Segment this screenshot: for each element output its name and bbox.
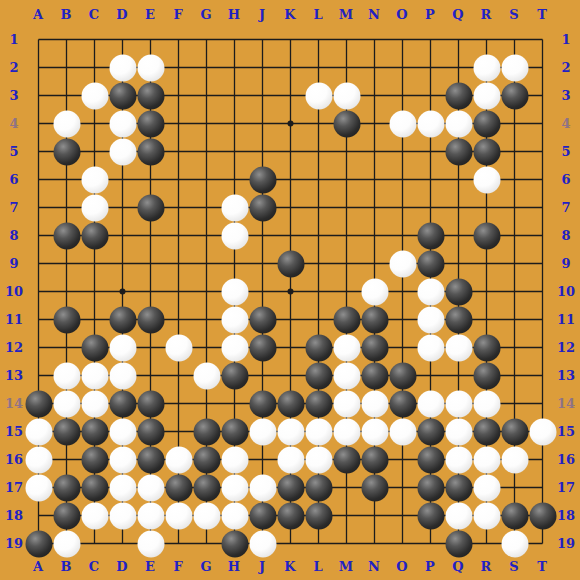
white-stone-C3 (81, 82, 108, 109)
go-app-window: AABBCCDDEEFFGGHHJJKKLLMMNNOOPPQQRRSSTT11… (0, 0, 580, 580)
white-stone-C14 (81, 390, 108, 417)
black-stone-D3 (109, 82, 136, 109)
row-label-left-19: 19 (5, 536, 23, 551)
black-stone-P8 (417, 222, 444, 249)
white-stone-M13 (333, 362, 360, 389)
row-label-left-5: 5 (9, 144, 18, 159)
row-label-left-3: 3 (9, 88, 18, 103)
white-stone-A15 (25, 418, 52, 445)
col-label-bottom-T: T (537, 559, 547, 574)
col-label-top-M: M (339, 7, 353, 22)
black-stone-L18 (305, 502, 332, 529)
row-label-left-7: 7 (9, 200, 18, 215)
white-stone-R3 (473, 82, 500, 109)
white-stone-R6 (473, 166, 500, 193)
col-label-top-C: C (89, 7, 99, 22)
white-stone-N10 (361, 278, 388, 305)
white-stone-E17 (137, 474, 164, 501)
col-label-top-Q: Q (452, 7, 463, 22)
col-label-bottom-P: P (425, 559, 435, 574)
white-stone-D18 (109, 502, 136, 529)
white-stone-D12 (109, 334, 136, 361)
white-stone-D2 (109, 54, 136, 81)
white-stone-N15 (361, 418, 388, 445)
black-stone-K9 (277, 250, 304, 277)
white-stone-H17 (221, 474, 248, 501)
col-label-top-K: K (284, 7, 295, 22)
black-stone-G17 (193, 474, 220, 501)
white-stone-E18 (137, 502, 164, 529)
black-stone-T18 (529, 502, 556, 529)
black-stone-R8 (473, 222, 500, 249)
col-label-bottom-D: D (116, 559, 127, 574)
col-label-bottom-E: E (145, 559, 155, 574)
black-stone-S3 (501, 82, 528, 109)
row-label-right-14: 14 (557, 396, 575, 411)
star-point-K10 (288, 289, 294, 295)
white-stone-S19 (501, 530, 528, 557)
black-stone-C15 (81, 418, 108, 445)
white-stone-H7 (221, 194, 248, 221)
row-label-right-11: 11 (557, 312, 575, 327)
black-stone-H19 (221, 530, 248, 557)
row-label-right-15: 15 (557, 424, 575, 439)
col-label-bottom-O: O (396, 559, 407, 574)
black-stone-E7 (137, 194, 164, 221)
white-stone-K16 (277, 446, 304, 473)
col-label-top-N: N (368, 7, 380, 22)
black-stone-J11 (249, 306, 276, 333)
white-stone-H11 (221, 306, 248, 333)
black-stone-M4 (333, 110, 360, 137)
white-stone-D17 (109, 474, 136, 501)
black-stone-Q17 (445, 474, 472, 501)
white-stone-H8 (221, 222, 248, 249)
black-stone-C12 (81, 334, 108, 361)
white-stone-B13 (53, 362, 80, 389)
row-label-left-16: 16 (5, 452, 23, 467)
row-label-left-8: 8 (9, 228, 18, 243)
row-label-left-15: 15 (5, 424, 23, 439)
white-stone-M3 (333, 82, 360, 109)
col-label-bottom-K: K (284, 559, 295, 574)
goban[interactable]: AABBCCDDEEFFGGHHJJKKLLMMNNOOPPQQRRSSTT11… (0, 0, 580, 580)
black-stone-R13 (473, 362, 500, 389)
col-label-top-A: A (33, 7, 43, 22)
white-stone-O15 (389, 418, 416, 445)
black-stone-F17 (165, 474, 192, 501)
black-stone-L12 (305, 334, 332, 361)
col-label-bottom-N: N (368, 559, 380, 574)
black-stone-C16 (81, 446, 108, 473)
black-stone-Q11 (445, 306, 472, 333)
black-stone-A14 (25, 390, 52, 417)
black-stone-A19 (25, 530, 52, 557)
black-stone-Q3 (445, 82, 472, 109)
black-stone-Q10 (445, 278, 472, 305)
black-stone-E4 (137, 110, 164, 137)
black-stone-D14 (109, 390, 136, 417)
black-stone-P15 (417, 418, 444, 445)
col-label-bottom-L: L (313, 559, 322, 574)
col-label-bottom-G: G (200, 559, 211, 574)
row-label-left-18: 18 (5, 508, 23, 523)
col-label-top-L: L (313, 7, 322, 22)
black-stone-B18 (53, 502, 80, 529)
white-stone-L3 (305, 82, 332, 109)
white-stone-C7 (81, 194, 108, 221)
col-label-bottom-A: A (33, 559, 43, 574)
black-stone-M16 (333, 446, 360, 473)
white-stone-Q18 (445, 502, 472, 529)
white-stone-D13 (109, 362, 136, 389)
col-label-top-J: J (259, 7, 265, 22)
white-stone-D16 (109, 446, 136, 473)
white-stone-Q15 (445, 418, 472, 445)
col-label-top-O: O (396, 7, 407, 22)
black-stone-C8 (81, 222, 108, 249)
black-stone-P16 (417, 446, 444, 473)
white-stone-R18 (473, 502, 500, 529)
col-label-top-P: P (425, 7, 435, 22)
black-stone-S15 (501, 418, 528, 445)
row-label-right-8: 8 (561, 228, 570, 243)
black-stone-H13 (221, 362, 248, 389)
black-stone-J7 (249, 194, 276, 221)
col-label-top-T: T (537, 7, 547, 22)
white-stone-R14 (473, 390, 500, 417)
row-label-right-2: 2 (561, 60, 570, 75)
black-stone-J14 (249, 390, 276, 417)
black-stone-S18 (501, 502, 528, 529)
col-label-bottom-F: F (173, 559, 182, 574)
white-stone-D4 (109, 110, 136, 137)
row-label-right-9: 9 (561, 256, 570, 271)
white-stone-E2 (137, 54, 164, 81)
black-stone-H15 (221, 418, 248, 445)
white-stone-R17 (473, 474, 500, 501)
col-label-top-G: G (200, 7, 211, 22)
white-stone-P11 (417, 306, 444, 333)
white-stone-S16 (501, 446, 528, 473)
white-stone-O4 (389, 110, 416, 137)
row-label-right-5: 5 (561, 144, 570, 159)
white-stone-H12 (221, 334, 248, 361)
row-label-right-13: 13 (557, 368, 575, 383)
black-stone-B15 (53, 418, 80, 445)
black-stone-N16 (361, 446, 388, 473)
black-stone-B11 (53, 306, 80, 333)
white-stone-C6 (81, 166, 108, 193)
black-stone-E14 (137, 390, 164, 417)
black-stone-Q5 (445, 138, 472, 165)
col-label-top-H: H (228, 7, 240, 22)
white-stone-C18 (81, 502, 108, 529)
black-stone-D11 (109, 306, 136, 333)
row-label-right-18: 18 (557, 508, 575, 523)
black-stone-P9 (417, 250, 444, 277)
white-stone-H16 (221, 446, 248, 473)
white-stone-F16 (165, 446, 192, 473)
row-label-right-16: 16 (557, 452, 575, 467)
row-label-right-17: 17 (557, 480, 575, 495)
black-stone-O14 (389, 390, 416, 417)
black-stone-N13 (361, 362, 388, 389)
white-stone-P4 (417, 110, 444, 137)
black-stone-L13 (305, 362, 332, 389)
white-stone-G13 (193, 362, 220, 389)
row-label-right-10: 10 (557, 284, 575, 299)
white-stone-M14 (333, 390, 360, 417)
row-label-left-4: 4 (9, 116, 18, 131)
white-stone-K15 (277, 418, 304, 445)
black-stone-K18 (277, 502, 304, 529)
white-stone-H18 (221, 502, 248, 529)
white-stone-F18 (165, 502, 192, 529)
white-stone-N14 (361, 390, 388, 417)
row-label-left-14: 14 (5, 396, 23, 411)
white-stone-O9 (389, 250, 416, 277)
black-stone-B5 (53, 138, 80, 165)
black-stone-N11 (361, 306, 388, 333)
white-stone-Q12 (445, 334, 472, 361)
black-stone-J6 (249, 166, 276, 193)
col-label-top-F: F (173, 7, 182, 22)
white-stone-E19 (137, 530, 164, 557)
white-stone-M15 (333, 418, 360, 445)
black-stone-E3 (137, 82, 164, 109)
row-label-right-3: 3 (561, 88, 570, 103)
row-label-left-17: 17 (5, 480, 23, 495)
white-stone-B14 (53, 390, 80, 417)
white-stone-J17 (249, 474, 276, 501)
black-stone-G16 (193, 446, 220, 473)
white-stone-L15 (305, 418, 332, 445)
black-stone-P18 (417, 502, 444, 529)
row-label-right-12: 12 (557, 340, 575, 355)
black-stone-L17 (305, 474, 332, 501)
col-label-top-R: R (481, 7, 492, 22)
col-label-top-B: B (61, 7, 72, 22)
black-stone-N12 (361, 334, 388, 361)
col-label-top-S: S (509, 7, 518, 22)
black-stone-P17 (417, 474, 444, 501)
white-stone-P10 (417, 278, 444, 305)
col-label-bottom-H: H (228, 559, 240, 574)
black-stone-Q19 (445, 530, 472, 557)
white-stone-A16 (25, 446, 52, 473)
black-stone-R12 (473, 334, 500, 361)
white-stone-L16 (305, 446, 332, 473)
black-stone-O13 (389, 362, 416, 389)
black-stone-R15 (473, 418, 500, 445)
white-stone-S2 (501, 54, 528, 81)
white-stone-T15 (529, 418, 556, 445)
col-label-top-D: D (116, 7, 127, 22)
white-stone-J15 (249, 418, 276, 445)
black-stone-E5 (137, 138, 164, 165)
col-label-bottom-S: S (509, 559, 518, 574)
black-stone-K14 (277, 390, 304, 417)
col-label-bottom-C: C (89, 559, 99, 574)
black-stone-K17 (277, 474, 304, 501)
col-label-bottom-B: B (61, 559, 72, 574)
col-label-bottom-Q: Q (452, 559, 463, 574)
white-stone-Q14 (445, 390, 472, 417)
black-stone-G15 (193, 418, 220, 445)
row-label-left-6: 6 (9, 172, 18, 187)
row-label-right-1: 1 (561, 32, 570, 47)
black-stone-E15 (137, 418, 164, 445)
black-stone-E16 (137, 446, 164, 473)
white-stone-D15 (109, 418, 136, 445)
white-stone-R2 (473, 54, 500, 81)
row-label-left-10: 10 (5, 284, 23, 299)
white-stone-M12 (333, 334, 360, 361)
row-label-right-19: 19 (557, 536, 575, 551)
black-stone-E11 (137, 306, 164, 333)
row-label-right-4: 4 (561, 116, 570, 131)
white-stone-F12 (165, 334, 192, 361)
white-stone-J19 (249, 530, 276, 557)
white-stone-H10 (221, 278, 248, 305)
black-stone-C17 (81, 474, 108, 501)
black-stone-L14 (305, 390, 332, 417)
black-stone-B17 (53, 474, 80, 501)
row-label-left-11: 11 (5, 312, 23, 327)
col-label-bottom-J: J (259, 559, 265, 574)
star-point-D10 (120, 289, 126, 295)
white-stone-P12 (417, 334, 444, 361)
white-stone-B4 (53, 110, 80, 137)
row-label-left-9: 9 (9, 256, 18, 271)
col-label-bottom-M: M (339, 559, 353, 574)
col-label-bottom-R: R (481, 559, 492, 574)
col-label-top-E: E (145, 7, 155, 22)
black-stone-J12 (249, 334, 276, 361)
black-stone-B8 (53, 222, 80, 249)
star-point-K4 (288, 121, 294, 127)
row-label-left-12: 12 (5, 340, 23, 355)
black-stone-J18 (249, 502, 276, 529)
row-label-left-13: 13 (5, 368, 23, 383)
row-label-left-1: 1 (9, 32, 18, 47)
white-stone-Q16 (445, 446, 472, 473)
white-stone-P14 (417, 390, 444, 417)
row-label-left-2: 2 (9, 60, 18, 75)
white-stone-D5 (109, 138, 136, 165)
white-stone-G18 (193, 502, 220, 529)
white-stone-R16 (473, 446, 500, 473)
white-stone-Q4 (445, 110, 472, 137)
white-stone-C13 (81, 362, 108, 389)
white-stone-B19 (53, 530, 80, 557)
white-stone-A17 (25, 474, 52, 501)
black-stone-N17 (361, 474, 388, 501)
row-label-right-6: 6 (561, 172, 570, 187)
black-stone-M11 (333, 306, 360, 333)
black-stone-R4 (473, 110, 500, 137)
row-label-right-7: 7 (561, 200, 570, 215)
black-stone-R5 (473, 138, 500, 165)
